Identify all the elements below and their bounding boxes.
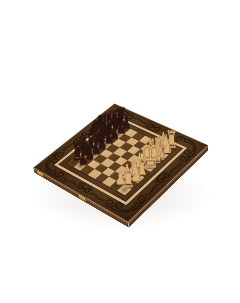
chess-piece-black-pawn: ♟ <box>78 148 88 167</box>
chess-piece-white-rook: ♜ <box>121 166 134 192</box>
product-photo-page: { "game": "chess", "scene_description": … <box>0 0 240 303</box>
photo-scene: ♜♟♟♜♞♟♟♞♝♟♟♝♛♟♟♛♚♟♟♚♝♟♟♝♞♟♟♞♜♟♟♜ <box>0 0 240 303</box>
